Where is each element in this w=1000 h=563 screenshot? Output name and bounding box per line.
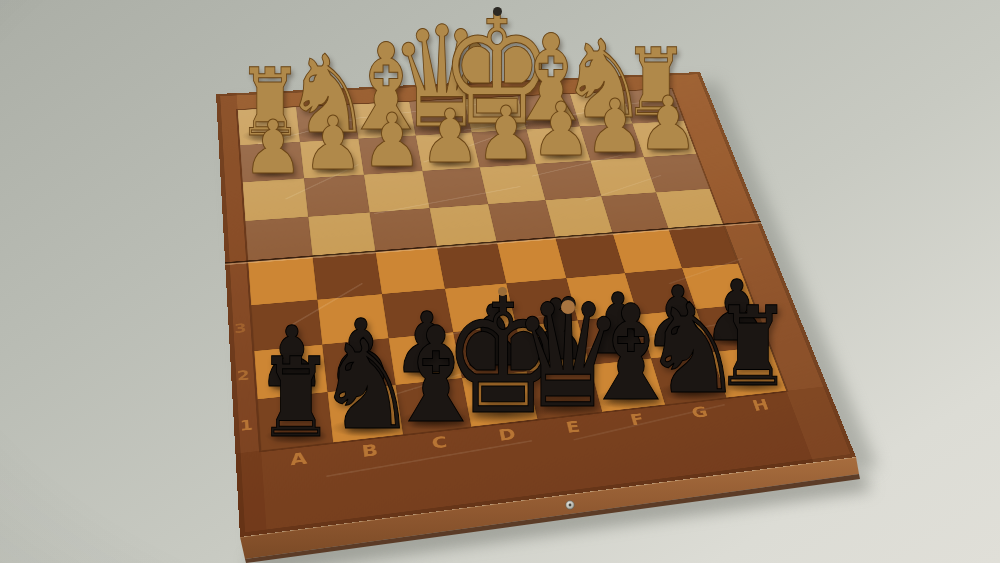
piece-shadow: [402, 117, 483, 138]
piece-shadow: [242, 129, 297, 143]
piece-shadow: [721, 377, 785, 394]
piece-white-bishop-f8: ♝: [504, 19, 599, 139]
pieces-layer: ♜♞♝♛♚♝♞♜♟♟♟♟♟♟♟♟♟♟♟♟♟♟♟♟♜♞♝♚♛♝♞♜: [0, 0, 1000, 563]
piece-shadow: [524, 394, 611, 417]
piece-white-pawn-d7: ♟: [419, 99, 480, 173]
piece-shadow: [654, 340, 703, 353]
piece-shadow: [532, 353, 581, 366]
piece-shadow: [629, 109, 684, 123]
piece-white-king-e8: ♚: [440, 0, 554, 147]
piece-black-pawn-d2: ♟: [458, 294, 527, 378]
piece-white-knight-b8: ♞: [284, 41, 373, 149]
piece-black-pawn-g2: ♟: [644, 275, 713, 359]
piece-shadow: [593, 389, 670, 409]
piece-black-rook-a1: ♜: [258, 343, 335, 453]
piece-shadow: [397, 411, 474, 431]
black-queen-finial: [561, 300, 575, 314]
piece-white-pawn-b7: ♟: [303, 106, 364, 180]
piece-shadow: [336, 373, 385, 386]
piece-black-bishop-c1: ♝: [384, 308, 488, 440]
piece-black-rook-h1: ♜: [715, 291, 792, 401]
piece-black-pawn-b2: ♟: [326, 307, 395, 391]
piece-white-rook-h8: ♜: [623, 36, 689, 130]
piece-white-pawn-c7: ♟: [362, 103, 423, 177]
piece-shadow: [297, 125, 360, 141]
piece-shadow: [453, 113, 541, 136]
piece-black-bishop-f1: ♝: [579, 286, 683, 418]
piece-shadow: [265, 428, 329, 445]
piece-shadow: [331, 419, 403, 438]
piece-shadow: [540, 150, 583, 161]
piece-black-knight-b1: ♞: [316, 323, 418, 447]
piece-shadow: [371, 160, 414, 171]
piece-white-rook-a8: ♜: [237, 57, 303, 151]
piece-shadow: [594, 346, 643, 359]
piece-shadow: [657, 382, 729, 401]
piece-black-pawn-a2: ♟: [257, 314, 326, 398]
piece-white-pawn-g7: ♟: [585, 89, 646, 163]
piece-shadow: [713, 334, 762, 347]
piece-shadow: [351, 121, 421, 139]
piece-white-knight-g8: ♞: [560, 27, 649, 135]
piece-black-queen-e1: ♛: [511, 278, 624, 428]
piece-shadow: [428, 156, 471, 167]
piece-shadow: [312, 164, 355, 175]
piece-shadow: [456, 401, 549, 425]
piece-white-pawn-f7: ♟: [531, 92, 592, 166]
piece-shadow: [403, 366, 452, 379]
piece-black-pawn-c2: ♟: [393, 301, 462, 385]
piece-shadow: [594, 146, 637, 157]
piece-white-pawn-h7: ♟: [637, 86, 698, 160]
piece-shadow: [268, 380, 317, 393]
white-king-finial: [493, 7, 502, 16]
piece-shadow: [517, 112, 587, 130]
piece-black-king-d1: ♚: [442, 277, 562, 437]
piece-shadow: [485, 153, 528, 164]
piece-black-pawn-h2: ♟: [702, 269, 771, 353]
piece-shadow: [468, 359, 517, 372]
piece-shadow: [573, 110, 636, 126]
piece-white-bishop-c8: ♝: [339, 28, 434, 148]
piece-black-pawn-f2: ♟: [583, 281, 652, 365]
piece-black-pawn-e2: ♟: [521, 288, 590, 372]
piece-white-queen-d8: ♛: [390, 8, 495, 148]
piece-black-knight-g1: ♞: [642, 286, 744, 410]
photo-stage: ABCDEFGH123 ♜♞♝♛♚♝♞♜♟♟♟♟♟♟♟♟♟♟♟♟♟♟♟♟♜♞♝♚…: [0, 0, 1000, 563]
piece-white-pawn-e7: ♟: [476, 96, 537, 170]
piece-shadow: [251, 167, 294, 178]
piece-shadow: [646, 143, 689, 154]
piece-white-pawn-a7: ♟: [242, 110, 303, 184]
black-king-finial: [498, 287, 507, 296]
